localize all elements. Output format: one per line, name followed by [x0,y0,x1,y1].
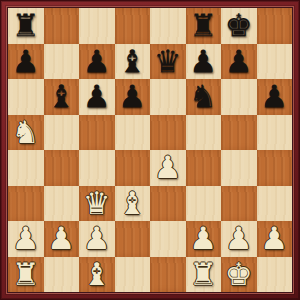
board-frame: ♜♜♚♟♟♝♛♟♟♝♟♟♞♟♞♟♛♝♟♟♟♟♟♟♜♝♜♚ [0,0,300,300]
piece-black-knight-f6[interactable]: ♞ [186,79,222,115]
piece-white-pawn-g2[interactable]: ♟ [221,221,257,257]
square-h4[interactable] [257,150,293,186]
square-e1[interactable] [150,257,186,293]
square-d6[interactable]: ♟ [115,79,151,115]
piece-black-bishop-d7[interactable]: ♝ [115,44,151,80]
square-h8[interactable] [257,8,293,44]
piece-white-king-g1[interactable]: ♚ [221,257,257,293]
square-a1[interactable]: ♜ [8,257,44,293]
square-b4[interactable] [44,150,80,186]
piece-white-pawn-h2[interactable]: ♟ [257,221,293,257]
piece-white-rook-f1[interactable]: ♜ [186,257,222,293]
square-g6[interactable] [221,79,257,115]
square-b2[interactable]: ♟ [44,221,80,257]
piece-black-pawn-c7[interactable]: ♟ [79,44,115,80]
piece-white-pawn-f2[interactable]: ♟ [186,221,222,257]
square-e5[interactable] [150,115,186,151]
square-a8[interactable]: ♜ [8,8,44,44]
square-f5[interactable] [186,115,222,151]
square-h5[interactable] [257,115,293,151]
square-h1[interactable] [257,257,293,293]
square-c1[interactable]: ♝ [79,257,115,293]
square-g8[interactable]: ♚ [221,8,257,44]
piece-white-pawn-e4[interactable]: ♟ [150,150,186,186]
square-b6[interactable]: ♝ [44,79,80,115]
square-e3[interactable] [150,186,186,222]
square-c2[interactable]: ♟ [79,221,115,257]
square-g3[interactable] [221,186,257,222]
square-e2[interactable] [150,221,186,257]
square-c5[interactable] [79,115,115,151]
square-h7[interactable] [257,44,293,80]
piece-white-bishop-c1[interactable]: ♝ [79,257,115,293]
square-g2[interactable]: ♟ [221,221,257,257]
square-c8[interactable] [79,8,115,44]
piece-black-pawn-g7[interactable]: ♟ [221,44,257,80]
square-a7[interactable]: ♟ [8,44,44,80]
piece-black-pawn-a7[interactable]: ♟ [8,44,44,80]
square-c7[interactable]: ♟ [79,44,115,80]
square-a6[interactable] [8,79,44,115]
piece-white-pawn-c2[interactable]: ♟ [79,221,115,257]
square-g4[interactable] [221,150,257,186]
square-e8[interactable] [150,8,186,44]
square-e6[interactable] [150,79,186,115]
square-h3[interactable] [257,186,293,222]
square-f1[interactable]: ♜ [186,257,222,293]
square-d3[interactable]: ♝ [115,186,151,222]
piece-black-pawn-d6[interactable]: ♟ [115,79,151,115]
square-d1[interactable] [115,257,151,293]
square-a5[interactable]: ♞ [8,115,44,151]
piece-white-bishop-d3[interactable]: ♝ [115,186,151,222]
square-b5[interactable] [44,115,80,151]
piece-black-king-g8[interactable]: ♚ [221,8,257,44]
square-e4[interactable]: ♟ [150,150,186,186]
square-b1[interactable] [44,257,80,293]
chess-board-screenshot: ♜♜♚♟♟♝♛♟♟♝♟♟♞♟♞♟♛♝♟♟♟♟♟♟♜♝♜♚ [0,0,300,300]
square-g5[interactable] [221,115,257,151]
piece-white-pawn-a2[interactable]: ♟ [8,221,44,257]
square-f4[interactable] [186,150,222,186]
piece-black-pawn-f7[interactable]: ♟ [186,44,222,80]
piece-black-pawn-c6[interactable]: ♟ [79,79,115,115]
square-c4[interactable] [79,150,115,186]
square-a3[interactable] [8,186,44,222]
square-b3[interactable] [44,186,80,222]
square-f8[interactable]: ♜ [186,8,222,44]
square-h6[interactable]: ♟ [257,79,293,115]
square-d8[interactable] [115,8,151,44]
square-g7[interactable]: ♟ [221,44,257,80]
piece-white-pawn-b2[interactable]: ♟ [44,221,80,257]
chess-board: ♜♜♚♟♟♝♛♟♟♝♟♟♞♟♞♟♛♝♟♟♟♟♟♟♜♝♜♚ [8,8,292,292]
square-d2[interactable] [115,221,151,257]
square-f2[interactable]: ♟ [186,221,222,257]
piece-black-pawn-h6[interactable]: ♟ [257,79,293,115]
piece-white-knight-a5[interactable]: ♞ [8,115,44,151]
piece-black-queen-e7[interactable]: ♛ [150,44,186,80]
piece-black-bishop-b6[interactable]: ♝ [44,79,80,115]
piece-white-queen-c3[interactable]: ♛ [79,186,115,222]
square-e7[interactable]: ♛ [150,44,186,80]
square-c3[interactable]: ♛ [79,186,115,222]
square-d7[interactable]: ♝ [115,44,151,80]
square-d4[interactable] [115,150,151,186]
square-g1[interactable]: ♚ [221,257,257,293]
square-f6[interactable]: ♞ [186,79,222,115]
square-a2[interactable]: ♟ [8,221,44,257]
square-b7[interactable] [44,44,80,80]
piece-white-rook-a1[interactable]: ♜ [8,257,44,293]
piece-black-rook-a8[interactable]: ♜ [8,8,44,44]
square-f7[interactable]: ♟ [186,44,222,80]
square-f3[interactable] [186,186,222,222]
piece-black-rook-f8[interactable]: ♜ [186,8,222,44]
square-h2[interactable]: ♟ [257,221,293,257]
square-a4[interactable] [8,150,44,186]
square-c6[interactable]: ♟ [79,79,115,115]
square-b8[interactable] [44,8,80,44]
square-d5[interactable] [115,115,151,151]
